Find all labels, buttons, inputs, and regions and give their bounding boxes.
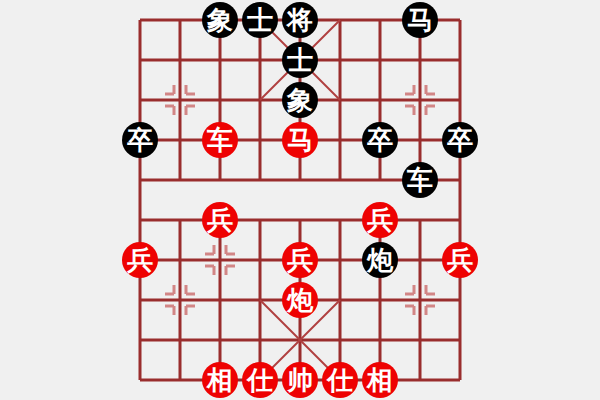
piece-black-cannon[interactable]: 炮 — [362, 242, 398, 278]
piece-red-chariot[interactable]: 车 — [202, 122, 238, 158]
piece-black-pawn[interactable]: 卒 — [362, 122, 398, 158]
piece-red-pawn[interactable]: 兵 — [202, 202, 238, 238]
piece-black-horse[interactable]: 马 — [402, 2, 438, 38]
piece-black-advisor[interactable]: 士 — [282, 42, 318, 78]
piece-red-horse[interactable]: 马 — [282, 122, 318, 158]
piece-red-elephant[interactable]: 相 — [362, 362, 398, 398]
xiangqi-app-screen: 象士将马士象卒车马卒卒车兵兵兵兵炮兵炮相仕帅仕相 — [0, 0, 600, 400]
piece-black-advisor[interactable]: 士 — [242, 2, 278, 38]
piece-red-pawn[interactable]: 兵 — [362, 202, 398, 238]
piece-red-advisor[interactable]: 仕 — [322, 362, 358, 398]
piece-black-elephant[interactable]: 象 — [202, 2, 238, 38]
piece-black-king[interactable]: 将 — [282, 2, 318, 38]
piece-red-pawn[interactable]: 兵 — [442, 242, 478, 278]
piece-black-chariot[interactable]: 车 — [402, 162, 438, 198]
piece-red-cannon[interactable]: 炮 — [282, 282, 318, 318]
piece-red-king[interactable]: 帅 — [282, 362, 318, 398]
piece-red-elephant[interactable]: 相 — [202, 362, 238, 398]
piece-black-elephant[interactable]: 象 — [282, 82, 318, 118]
piece-red-advisor[interactable]: 仕 — [242, 362, 278, 398]
piece-black-pawn[interactable]: 卒 — [122, 122, 158, 158]
piece-red-pawn[interactable]: 兵 — [282, 242, 318, 278]
piece-red-pawn[interactable]: 兵 — [122, 242, 158, 278]
piece-black-pawn[interactable]: 卒 — [442, 122, 478, 158]
